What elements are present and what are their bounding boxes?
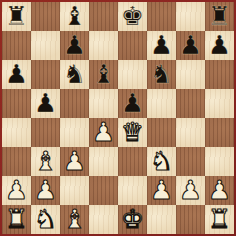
square-d1[interactable] <box>89 205 118 234</box>
piece-white-king[interactable]: ♚ <box>121 205 144 234</box>
square-h8[interactable]: ♜ <box>205 2 234 31</box>
square-b4[interactable] <box>31 118 60 147</box>
square-e1[interactable]: ♚ <box>118 205 147 234</box>
square-g4[interactable] <box>176 118 205 147</box>
square-b2[interactable]: ♟ <box>31 176 60 205</box>
square-e6[interactable] <box>118 60 147 89</box>
piece-white-pawn[interactable]: ♟ <box>208 176 231 205</box>
square-a6[interactable]: ♟ <box>2 60 31 89</box>
piece-black-king[interactable]: ♚ <box>121 2 144 31</box>
square-e4[interactable]: ♛ <box>118 118 147 147</box>
piece-white-knight[interactable]: ♞ <box>34 205 57 234</box>
piece-black-rook[interactable]: ♜ <box>5 2 28 31</box>
piece-black-bishop[interactable]: ♝ <box>92 60 115 89</box>
square-b1[interactable]: ♞ <box>31 205 60 234</box>
piece-white-pawn[interactable]: ♟ <box>150 176 173 205</box>
square-d6[interactable]: ♝ <box>89 60 118 89</box>
square-b5[interactable]: ♟ <box>31 89 60 118</box>
square-c4[interactable] <box>60 118 89 147</box>
piece-white-bishop[interactable]: ♝ <box>34 147 57 176</box>
square-c5[interactable] <box>60 89 89 118</box>
piece-white-pawn[interactable]: ♟ <box>34 176 57 205</box>
square-c3[interactable]: ♟ <box>60 147 89 176</box>
square-f3[interactable]: ♞ <box>147 147 176 176</box>
square-a4[interactable] <box>2 118 31 147</box>
square-h2[interactable]: ♟ <box>205 176 234 205</box>
square-h4[interactable] <box>205 118 234 147</box>
square-d4[interactable]: ♟ <box>89 118 118 147</box>
square-h1[interactable]: ♜ <box>205 205 234 234</box>
square-a3[interactable] <box>2 147 31 176</box>
square-b6[interactable] <box>31 60 60 89</box>
square-b3[interactable]: ♝ <box>31 147 60 176</box>
piece-black-pawn[interactable]: ♟ <box>5 60 28 89</box>
square-h5[interactable] <box>205 89 234 118</box>
piece-white-pawn[interactable]: ♟ <box>92 118 115 147</box>
piece-white-pawn[interactable]: ♟ <box>179 176 202 205</box>
piece-black-pawn[interactable]: ♟ <box>179 31 202 60</box>
piece-white-rook[interactable]: ♜ <box>5 205 28 234</box>
square-a7[interactable] <box>2 31 31 60</box>
square-e2[interactable] <box>118 176 147 205</box>
square-f6[interactable]: ♞ <box>147 60 176 89</box>
square-a5[interactable] <box>2 89 31 118</box>
square-d7[interactable] <box>89 31 118 60</box>
square-b7[interactable] <box>31 31 60 60</box>
piece-white-pawn[interactable]: ♟ <box>63 147 86 176</box>
square-f4[interactable] <box>147 118 176 147</box>
square-g5[interactable] <box>176 89 205 118</box>
square-e3[interactable] <box>118 147 147 176</box>
square-g8[interactable] <box>176 2 205 31</box>
square-a2[interactable]: ♟ <box>2 176 31 205</box>
square-h3[interactable] <box>205 147 234 176</box>
piece-black-rook[interactable]: ♜ <box>208 2 231 31</box>
square-e5[interactable]: ♟ <box>118 89 147 118</box>
piece-black-knight[interactable]: ♞ <box>63 60 86 89</box>
square-c1[interactable]: ♝ <box>60 205 89 234</box>
square-f2[interactable]: ♟ <box>147 176 176 205</box>
piece-white-rook[interactable]: ♜ <box>208 205 231 234</box>
square-h7[interactable]: ♟ <box>205 31 234 60</box>
piece-white-queen[interactable]: ♛ <box>121 118 144 147</box>
square-f7[interactable]: ♟ <box>147 31 176 60</box>
piece-white-pawn[interactable]: ♟ <box>5 176 28 205</box>
piece-black-bishop[interactable]: ♝ <box>63 2 86 31</box>
square-e8[interactable]: ♚ <box>118 2 147 31</box>
square-g7[interactable]: ♟ <box>176 31 205 60</box>
square-d8[interactable] <box>89 2 118 31</box>
board-frame: ♜♝♚♜♟♟♟♟♟♞♝♞♟♟♟♛♝♟♞♟♟♟♟♟♜♞♝♚♜ <box>0 0 236 236</box>
piece-black-pawn[interactable]: ♟ <box>150 31 173 60</box>
square-g2[interactable]: ♟ <box>176 176 205 205</box>
piece-black-pawn[interactable]: ♟ <box>121 89 144 118</box>
square-b8[interactable] <box>31 2 60 31</box>
square-g6[interactable] <box>176 60 205 89</box>
piece-white-knight[interactable]: ♞ <box>150 147 173 176</box>
square-g1[interactable] <box>176 205 205 234</box>
square-c7[interactable]: ♟ <box>60 31 89 60</box>
chess-board: ♜♝♚♜♟♟♟♟♟♞♝♞♟♟♟♛♝♟♞♟♟♟♟♟♜♞♝♚♜ <box>2 2 234 234</box>
square-c6[interactable]: ♞ <box>60 60 89 89</box>
square-f1[interactable] <box>147 205 176 234</box>
piece-black-pawn[interactable]: ♟ <box>34 89 57 118</box>
piece-black-pawn[interactable]: ♟ <box>208 31 231 60</box>
piece-black-pawn[interactable]: ♟ <box>63 31 86 60</box>
square-d5[interactable] <box>89 89 118 118</box>
piece-white-bishop[interactable]: ♝ <box>63 205 86 234</box>
square-c8[interactable]: ♝ <box>60 2 89 31</box>
square-h6[interactable] <box>205 60 234 89</box>
piece-black-knight[interactable]: ♞ <box>150 60 173 89</box>
square-c2[interactable] <box>60 176 89 205</box>
square-d2[interactable] <box>89 176 118 205</box>
square-d3[interactable] <box>89 147 118 176</box>
square-f5[interactable] <box>147 89 176 118</box>
square-f8[interactable] <box>147 2 176 31</box>
square-a8[interactable]: ♜ <box>2 2 31 31</box>
square-a1[interactable]: ♜ <box>2 205 31 234</box>
square-g3[interactable] <box>176 147 205 176</box>
square-e7[interactable] <box>118 31 147 60</box>
